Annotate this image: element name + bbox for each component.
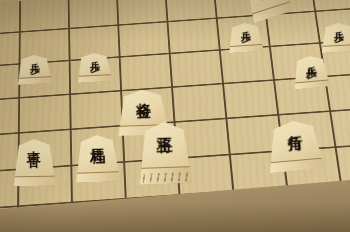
king-label: 王将 (156, 125, 172, 126)
pawn-label: 歩兵 (29, 56, 39, 57)
piece-base (12, 175, 57, 186)
gold-label: 金将 (135, 92, 150, 93)
shogi-board-photo: 飛車 歩兵 歩兵 歩兵 歩兵 歩兵 金将 香車 (0, 0, 350, 232)
piece-base (320, 44, 350, 53)
maker-signature-mark (142, 172, 189, 183)
pawn-label: 歩兵 (333, 24, 343, 25)
pawn-label: 歩兵 (89, 54, 99, 55)
piece-base (74, 171, 121, 183)
